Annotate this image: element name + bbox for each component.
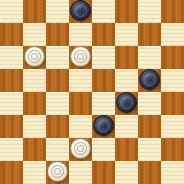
square-e7[interactable] bbox=[92, 23, 115, 46]
piece-center bbox=[78, 8, 83, 13]
square-c1[interactable] bbox=[46, 161, 69, 184]
square-a3[interactable] bbox=[0, 115, 23, 138]
square-f7 bbox=[115, 23, 138, 46]
square-h3 bbox=[161, 115, 184, 138]
square-e6 bbox=[92, 46, 115, 69]
black-man[interactable] bbox=[93, 115, 114, 136]
square-f3 bbox=[115, 115, 138, 138]
square-g6 bbox=[138, 46, 161, 69]
square-a6 bbox=[0, 46, 23, 69]
square-g8 bbox=[138, 0, 161, 23]
square-e5[interactable] bbox=[92, 69, 115, 92]
square-d6[interactable] bbox=[69, 46, 92, 69]
square-g4 bbox=[138, 92, 161, 115]
piece-center bbox=[101, 123, 106, 128]
square-a2 bbox=[0, 138, 23, 161]
square-h7 bbox=[161, 23, 184, 46]
square-c2 bbox=[46, 138, 69, 161]
square-a4 bbox=[0, 92, 23, 115]
square-b4[interactable] bbox=[23, 92, 46, 115]
white-man[interactable] bbox=[70, 46, 91, 67]
square-b8[interactable] bbox=[23, 0, 46, 23]
square-h6[interactable] bbox=[161, 46, 184, 69]
square-e8 bbox=[92, 0, 115, 23]
square-a8 bbox=[0, 0, 23, 23]
square-c8 bbox=[46, 0, 69, 23]
piece-center bbox=[124, 100, 129, 105]
square-g3[interactable] bbox=[138, 115, 161, 138]
square-h8[interactable] bbox=[161, 0, 184, 23]
square-b5 bbox=[23, 69, 46, 92]
piece-center bbox=[31, 53, 38, 60]
square-a1[interactable] bbox=[0, 161, 23, 184]
square-h4[interactable] bbox=[161, 92, 184, 115]
checkers-board bbox=[0, 0, 184, 184]
square-e3[interactable] bbox=[92, 115, 115, 138]
square-d4[interactable] bbox=[69, 92, 92, 115]
square-d5 bbox=[69, 69, 92, 92]
square-d8[interactable] bbox=[69, 0, 92, 23]
square-b7 bbox=[23, 23, 46, 46]
square-c4 bbox=[46, 92, 69, 115]
square-d3 bbox=[69, 115, 92, 138]
piece-center bbox=[77, 145, 84, 152]
square-c3[interactable] bbox=[46, 115, 69, 138]
square-d7 bbox=[69, 23, 92, 46]
square-f5 bbox=[115, 69, 138, 92]
square-b3 bbox=[23, 115, 46, 138]
square-h2[interactable] bbox=[161, 138, 184, 161]
square-a7[interactable] bbox=[0, 23, 23, 46]
square-g5[interactable] bbox=[138, 69, 161, 92]
square-f2[interactable] bbox=[115, 138, 138, 161]
square-f4[interactable] bbox=[115, 92, 138, 115]
black-man[interactable] bbox=[70, 0, 91, 21]
square-c6 bbox=[46, 46, 69, 69]
piece-center bbox=[147, 77, 152, 82]
square-b2[interactable] bbox=[23, 138, 46, 161]
square-d1 bbox=[69, 161, 92, 184]
piece-center bbox=[54, 168, 61, 175]
square-c7[interactable] bbox=[46, 23, 69, 46]
square-f8[interactable] bbox=[115, 0, 138, 23]
piece-center bbox=[77, 53, 84, 60]
black-man[interactable] bbox=[139, 69, 160, 90]
square-g1[interactable] bbox=[138, 161, 161, 184]
square-b1 bbox=[23, 161, 46, 184]
black-man[interactable] bbox=[116, 92, 137, 113]
square-e1[interactable] bbox=[92, 161, 115, 184]
square-h1 bbox=[161, 161, 184, 184]
square-e2 bbox=[92, 138, 115, 161]
square-f6[interactable] bbox=[115, 46, 138, 69]
square-g2 bbox=[138, 138, 161, 161]
square-f1 bbox=[115, 161, 138, 184]
square-d2[interactable] bbox=[69, 138, 92, 161]
white-man[interactable] bbox=[70, 138, 91, 159]
square-e4 bbox=[92, 92, 115, 115]
square-b6[interactable] bbox=[23, 46, 46, 69]
white-man[interactable] bbox=[24, 46, 45, 67]
square-c5[interactable] bbox=[46, 69, 69, 92]
square-h5 bbox=[161, 69, 184, 92]
square-a5[interactable] bbox=[0, 69, 23, 92]
white-man[interactable] bbox=[47, 161, 68, 182]
square-g7[interactable] bbox=[138, 23, 161, 46]
